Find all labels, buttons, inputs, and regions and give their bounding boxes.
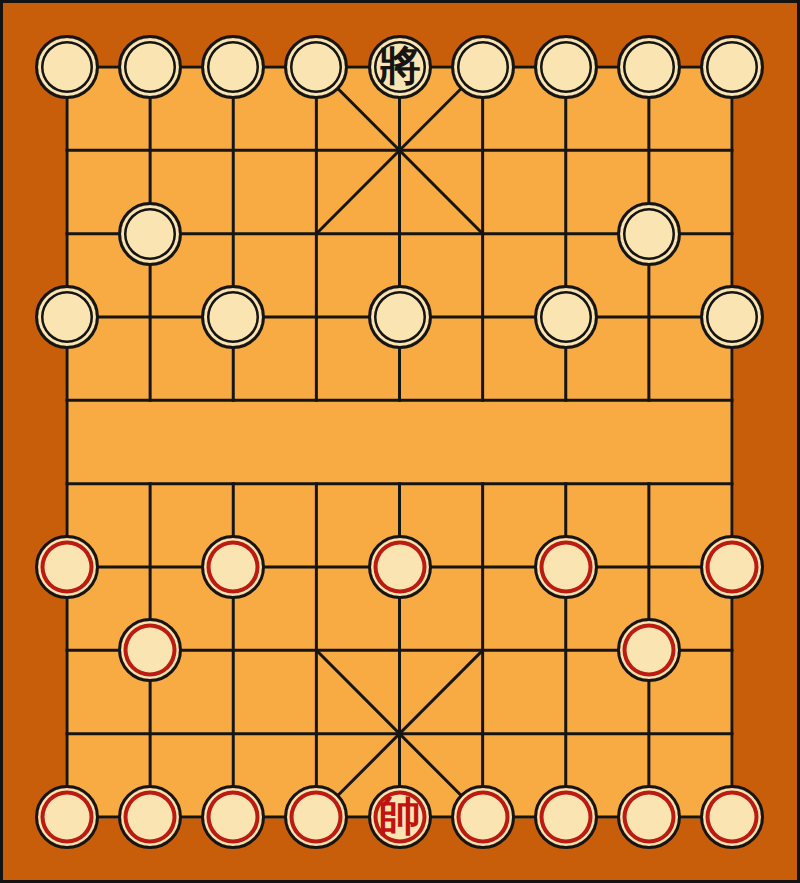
- intersection-r1c0: [25, 109, 108, 192]
- intersection-r6c6: [524, 525, 607, 608]
- intersection-r3c0: [25, 275, 108, 358]
- piece-red-general[interactable]: 帥: [368, 785, 432, 849]
- piece-black-disc[interactable]: [118, 202, 182, 266]
- intersection-r1c8: [690, 109, 773, 192]
- intersection-r4c1: [109, 359, 192, 442]
- intersection-r2c6: [524, 192, 607, 275]
- piece-red-disc[interactable]: [118, 618, 182, 682]
- intersection-r1c5: [441, 109, 524, 192]
- piece-red-disc[interactable]: [700, 785, 764, 849]
- intersection-r8c8: [690, 692, 773, 775]
- intersection-r3c8: [690, 275, 773, 358]
- intersection-r4c7: [607, 359, 690, 442]
- intersection-r1c6: [524, 109, 607, 192]
- intersection-r8c6: [524, 692, 607, 775]
- piece-black-disc[interactable]: [368, 285, 432, 349]
- intersection-r9c3: [275, 775, 358, 858]
- intersection-r0c4: 將: [358, 25, 441, 108]
- intersection-r3c6: [524, 275, 607, 358]
- intersection-r0c3: [275, 25, 358, 108]
- intersection-r8c3: [275, 692, 358, 775]
- intersection-r8c4: [358, 692, 441, 775]
- intersection-r6c1: [109, 525, 192, 608]
- intersection-r2c5: [441, 192, 524, 275]
- intersection-r8c2: [192, 692, 275, 775]
- intersection-r4c4: [358, 359, 441, 442]
- intersection-r9c5: [441, 775, 524, 858]
- pieces-grid: 將帥: [25, 25, 773, 858]
- piece-black-disc[interactable]: [700, 285, 764, 349]
- intersection-r5c5: [441, 442, 524, 525]
- intersection-r9c6: [524, 775, 607, 858]
- piece-black-disc[interactable]: [201, 35, 265, 99]
- xiangqi-board: 將帥: [0, 0, 800, 883]
- intersection-r7c1: [109, 609, 192, 692]
- intersection-r6c8: [690, 525, 773, 608]
- intersection-r0c7: [607, 25, 690, 108]
- piece-red-disc[interactable]: [118, 785, 182, 849]
- intersection-r3c4: [358, 275, 441, 358]
- intersection-r4c5: [441, 359, 524, 442]
- intersection-r1c4: [358, 109, 441, 192]
- intersection-r4c2: [192, 359, 275, 442]
- intersection-r0c8: [690, 25, 773, 108]
- piece-red-disc[interactable]: [534, 535, 598, 599]
- intersection-r8c1: [109, 692, 192, 775]
- intersection-r7c2: [192, 609, 275, 692]
- intersection-r2c7: [607, 192, 690, 275]
- intersection-r1c7: [607, 109, 690, 192]
- intersection-r3c2: [192, 275, 275, 358]
- intersection-r5c4: [358, 442, 441, 525]
- piece-black-general[interactable]: 將: [368, 35, 432, 99]
- piece-red-disc[interactable]: [35, 535, 99, 599]
- piece-black-disc[interactable]: [201, 285, 265, 349]
- intersection-r2c1: [109, 192, 192, 275]
- intersection-r0c2: [192, 25, 275, 108]
- intersection-r3c3: [275, 275, 358, 358]
- piece-black-disc[interactable]: [700, 35, 764, 99]
- intersection-r8c7: [607, 692, 690, 775]
- intersection-r8c5: [441, 692, 524, 775]
- intersection-r7c4: [358, 609, 441, 692]
- intersection-r6c0: [25, 525, 108, 608]
- intersection-r9c4: 帥: [358, 775, 441, 858]
- piece-black-disc[interactable]: [451, 35, 515, 99]
- intersection-r2c3: [275, 192, 358, 275]
- intersection-r6c2: [192, 525, 275, 608]
- intersection-r9c0: [25, 775, 108, 858]
- intersection-r0c5: [441, 25, 524, 108]
- intersection-r5c6: [524, 442, 607, 525]
- piece-red-disc[interactable]: [617, 618, 681, 682]
- piece-red-disc[interactable]: [284, 785, 348, 849]
- intersection-r7c0: [25, 609, 108, 692]
- piece-red-disc[interactable]: [201, 535, 265, 599]
- piece-red-disc[interactable]: [368, 535, 432, 599]
- intersection-r4c6: [524, 359, 607, 442]
- intersection-r2c4: [358, 192, 441, 275]
- piece-black-disc[interactable]: [617, 35, 681, 99]
- intersection-r0c6: [524, 25, 607, 108]
- intersection-r3c5: [441, 275, 524, 358]
- piece-black-disc[interactable]: [118, 35, 182, 99]
- intersection-r3c7: [607, 275, 690, 358]
- intersection-r1c3: [275, 109, 358, 192]
- piece-red-disc[interactable]: [700, 535, 764, 599]
- piece-black-disc[interactable]: [284, 35, 348, 99]
- piece-black-disc[interactable]: [35, 35, 99, 99]
- piece-red-disc[interactable]: [35, 785, 99, 849]
- intersection-r4c8: [690, 359, 773, 442]
- intersection-r5c2: [192, 442, 275, 525]
- piece-red-disc[interactable]: [617, 785, 681, 849]
- piece-black-disc[interactable]: [534, 35, 598, 99]
- intersection-r9c2: [192, 775, 275, 858]
- piece-red-disc[interactable]: [451, 785, 515, 849]
- intersection-r9c1: [109, 775, 192, 858]
- intersection-r7c3: [275, 609, 358, 692]
- intersection-r9c8: [690, 775, 773, 858]
- intersection-r2c0: [25, 192, 108, 275]
- intersection-r7c7: [607, 609, 690, 692]
- intersection-r0c1: [109, 25, 192, 108]
- piece-black-disc[interactable]: [617, 202, 681, 266]
- intersection-r8c0: [25, 692, 108, 775]
- intersection-r5c3: [275, 442, 358, 525]
- intersection-r3c1: [109, 275, 192, 358]
- intersection-r0c0: [25, 25, 108, 108]
- intersection-r5c0: [25, 442, 108, 525]
- intersection-r6c7: [607, 525, 690, 608]
- intersection-r7c6: [524, 609, 607, 692]
- intersection-r5c1: [109, 442, 192, 525]
- intersection-r5c7: [607, 442, 690, 525]
- intersection-r7c8: [690, 609, 773, 692]
- intersection-r2c8: [690, 192, 773, 275]
- intersection-r9c7: [607, 775, 690, 858]
- intersection-r5c8: [690, 442, 773, 525]
- intersection-r1c1: [109, 109, 192, 192]
- intersection-r2c2: [192, 192, 275, 275]
- piece-black-disc[interactable]: [35, 285, 99, 349]
- intersection-r4c0: [25, 359, 108, 442]
- red-general-glyph: 帥: [379, 795, 421, 837]
- intersection-r1c2: [192, 109, 275, 192]
- intersection-r7c5: [441, 609, 524, 692]
- piece-red-disc[interactable]: [201, 785, 265, 849]
- black-general-glyph: 將: [379, 45, 421, 87]
- intersection-r6c3: [275, 525, 358, 608]
- piece-red-disc[interactable]: [534, 785, 598, 849]
- intersection-r4c3: [275, 359, 358, 442]
- intersection-r6c5: [441, 525, 524, 608]
- intersection-r6c4: [358, 525, 441, 608]
- piece-black-disc[interactable]: [534, 285, 598, 349]
